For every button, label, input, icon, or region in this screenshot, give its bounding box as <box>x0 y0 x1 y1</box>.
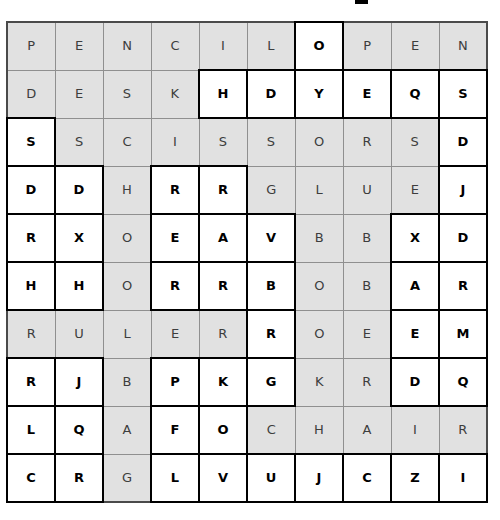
cell-r1c8[interactable]: P <box>343 22 391 70</box>
cell-r9c1[interactable]: L <box>7 406 55 454</box>
cell-r1c7[interactable]: O <box>295 22 343 70</box>
cell-r10c9[interactable]: Z <box>391 454 439 502</box>
cell-r8c4[interactable]: P <box>151 358 199 406</box>
cell-r6c8[interactable]: B <box>343 262 391 310</box>
cell-r1c2[interactable]: E <box>55 22 103 70</box>
cell-r8c5[interactable]: K <box>199 358 247 406</box>
cell-r5c1[interactable]: R <box>7 214 55 262</box>
cell-r2c1[interactable]: D <box>7 70 55 118</box>
cell-r5c2[interactable]: X <box>55 214 103 262</box>
cell-r4c6[interactable]: G <box>247 166 295 214</box>
cell-r7c8[interactable]: E <box>343 310 391 358</box>
cell-r9c6[interactable]: C <box>247 406 295 454</box>
cell-r9c5[interactable]: O <box>199 406 247 454</box>
cell-r10c3[interactable]: G <box>103 454 151 502</box>
cell-r1c9[interactable]: E <box>391 22 439 70</box>
cell-r8c3[interactable]: B <box>103 358 151 406</box>
cell-r2c3[interactable]: S <box>103 70 151 118</box>
cell-r4c9[interactable]: E <box>391 166 439 214</box>
cell-r3c8[interactable]: R <box>343 118 391 166</box>
cell-r1c10[interactable]: N <box>439 22 487 70</box>
cell-r3c6[interactable]: S <box>247 118 295 166</box>
cell-r9c8[interactable]: A <box>343 406 391 454</box>
cell-r4c7[interactable]: L <box>295 166 343 214</box>
cell-r5c9[interactable]: X <box>391 214 439 262</box>
cell-r7c6[interactable]: R <box>247 310 295 358</box>
cell-r5c5[interactable]: A <box>199 214 247 262</box>
cell-r5c10[interactable]: D <box>439 214 487 262</box>
cell-r8c9[interactable]: D <box>391 358 439 406</box>
cell-r6c1[interactable]: H <box>7 262 55 310</box>
cell-r10c10[interactable]: I <box>439 454 487 502</box>
cell-r6c7[interactable]: O <box>295 262 343 310</box>
cell-r3c1[interactable]: S <box>7 118 55 166</box>
cell-r8c1[interactable]: R <box>7 358 55 406</box>
grid-row-6: HHORRBOBAR <box>7 262 487 310</box>
cell-r5c7[interactable]: B <box>295 214 343 262</box>
cell-r10c5[interactable]: V <box>199 454 247 502</box>
cell-r9c3[interactable]: A <box>103 406 151 454</box>
cell-r3c2[interactable]: S <box>55 118 103 166</box>
cell-r10c2[interactable]: R <box>55 454 103 502</box>
cell-r8c7[interactable]: K <box>295 358 343 406</box>
cell-r9c9[interactable]: I <box>391 406 439 454</box>
cell-r6c9[interactable]: A <box>391 262 439 310</box>
cell-r4c8[interactable]: U <box>343 166 391 214</box>
cell-r5c6[interactable]: V <box>247 214 295 262</box>
cell-r2c6[interactable]: D <box>247 70 295 118</box>
cell-r6c6[interactable]: B <box>247 262 295 310</box>
cell-r9c2[interactable]: Q <box>55 406 103 454</box>
grid-row-2: DESKHDYEQS <box>7 70 487 118</box>
cell-r5c4[interactable]: E <box>151 214 199 262</box>
cell-r8c8[interactable]: R <box>343 358 391 406</box>
cell-r6c5[interactable]: R <box>199 262 247 310</box>
cell-r7c4[interactable]: E <box>151 310 199 358</box>
cell-r9c10[interactable]: R <box>439 406 487 454</box>
grid-row-10: CRGLVUJCZI <box>7 454 487 502</box>
cell-r2c8[interactable]: E <box>343 70 391 118</box>
grid-row-4: DDHRRGLUEJ <box>7 166 487 214</box>
cell-r2c5[interactable]: H <box>199 70 247 118</box>
grid-row-8: RJBPKGKRDQ <box>7 358 487 406</box>
cell-r1c5[interactable]: I <box>199 22 247 70</box>
cell-r1c4[interactable]: C <box>151 22 199 70</box>
cell-r4c5[interactable]: R <box>199 166 247 214</box>
cell-r1c6[interactable]: L <box>247 22 295 70</box>
cell-r4c2[interactable]: D <box>55 166 103 214</box>
cell-r5c3[interactable]: O <box>103 214 151 262</box>
cell-r3c3[interactable]: C <box>103 118 151 166</box>
cell-r4c10[interactable]: J <box>439 166 487 214</box>
cell-r9c4[interactable]: F <box>151 406 199 454</box>
cell-r7c9[interactable]: E <box>391 310 439 358</box>
cell-r5c8[interactable]: B <box>343 214 391 262</box>
cell-r2c4[interactable]: K <box>151 70 199 118</box>
cell-r7c5[interactable]: R <box>199 310 247 358</box>
cell-r9c7[interactable]: H <box>295 406 343 454</box>
word-search-page: PENCILOPENDESKHDYEQSSSCISSORSDDDHRRGLUEJ… <box>0 0 500 520</box>
cell-r4c4[interactable]: R <box>151 166 199 214</box>
cell-r3c9[interactable]: S <box>391 118 439 166</box>
grid-row-3: SSCISSORSD <box>7 118 487 166</box>
cell-r7c10[interactable]: M <box>439 310 487 358</box>
cell-r10c1[interactable]: C <box>7 454 55 502</box>
cell-r1c3[interactable]: N <box>103 22 151 70</box>
cell-r10c4[interactable]: L <box>151 454 199 502</box>
title-fragment <box>355 0 368 4</box>
word-search-grid: PENCILOPENDESKHDYEQSSSCISSORSDDDHRRGLUEJ… <box>6 21 488 503</box>
cell-r3c10[interactable]: D <box>439 118 487 166</box>
cell-r2c10[interactable]: S <box>439 70 487 118</box>
cell-r4c1[interactable]: D <box>7 166 55 214</box>
cell-r8c2[interactable]: J <box>55 358 103 406</box>
cell-r4c3[interactable]: H <box>103 166 151 214</box>
cell-r3c7[interactable]: O <box>295 118 343 166</box>
cell-r7c7[interactable]: O <box>295 310 343 358</box>
cell-r10c7[interactable]: J <box>295 454 343 502</box>
cell-r2c7[interactable]: Y <box>295 70 343 118</box>
cell-r8c10[interactable]: Q <box>439 358 487 406</box>
cell-r10c6[interactable]: U <box>247 454 295 502</box>
cell-r6c3[interactable]: O <box>103 262 151 310</box>
grid-row-1: PENCILOPEN <box>7 22 487 70</box>
cell-r2c2[interactable]: E <box>55 70 103 118</box>
cell-r6c10[interactable]: R <box>439 262 487 310</box>
cell-r2c9[interactable]: Q <box>391 70 439 118</box>
cell-r6c2[interactable]: H <box>55 262 103 310</box>
cell-r7c2[interactable]: U <box>55 310 103 358</box>
grid-row-5: RXOEAVBBXD <box>7 214 487 262</box>
cell-r6c4[interactable]: R <box>151 262 199 310</box>
cell-r1c1[interactable]: P <box>7 22 55 70</box>
grid-row-9: LQAFOCHAIR <box>7 406 487 454</box>
cell-r10c8[interactable]: C <box>343 454 391 502</box>
cell-r7c1[interactable]: R <box>7 310 55 358</box>
grid-row-7: RULERROEEM <box>7 310 487 358</box>
cell-r3c5[interactable]: S <box>199 118 247 166</box>
cell-r7c3[interactable]: L <box>103 310 151 358</box>
cell-r8c6[interactable]: G <box>247 358 295 406</box>
cell-r3c4[interactable]: I <box>151 118 199 166</box>
